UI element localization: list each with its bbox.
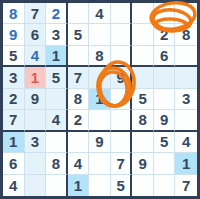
cell-r5c6[interactable]: [111, 89, 133, 110]
cell-r3c8[interactable]: 6: [154, 46, 176, 67]
cell-r5c8[interactable]: [154, 89, 176, 110]
cell-r4c8[interactable]: [154, 67, 176, 88]
cell-r6c2[interactable]: [25, 110, 47, 131]
cell-r2c3[interactable]: 3: [46, 24, 68, 45]
cell-r1c1[interactable]: 8: [3, 3, 25, 24]
cell-r3c5[interactable]: 8: [89, 46, 111, 67]
cell-r1c3[interactable]: 2: [46, 3, 68, 24]
cell-r2c8[interactable]: 2: [154, 24, 176, 45]
cell-r5c7[interactable]: 5: [132, 89, 154, 110]
cell-r9c2[interactable]: [25, 175, 47, 196]
cell-r9c1[interactable]: 4: [3, 175, 25, 196]
cell-r7c2[interactable]: 3: [25, 132, 47, 153]
cell-r5c1[interactable]: 2: [3, 89, 25, 110]
sudoku-app-frame: 8724963528541863157929815374289139546847…: [0, 0, 200, 199]
cell-r2c5[interactable]: [89, 24, 111, 45]
cell-r7c8[interactable]: 5: [154, 132, 176, 153]
cell-r9c6[interactable]: 5: [111, 175, 133, 196]
cell-r7c7[interactable]: [132, 132, 154, 153]
cell-r6c5[interactable]: [89, 110, 111, 131]
cell-r6c8[interactable]: 9: [154, 110, 176, 131]
cell-r8c8[interactable]: [154, 153, 176, 174]
cell-r8c9[interactable]: 1: [175, 153, 197, 174]
cell-r8c2[interactable]: [25, 153, 47, 174]
cell-r8c1[interactable]: 6: [3, 153, 25, 174]
cell-r6c6[interactable]: [111, 110, 133, 131]
cell-r1c4[interactable]: [68, 3, 90, 24]
cell-r6c3[interactable]: 4: [46, 110, 68, 131]
cell-r1c7[interactable]: [132, 3, 154, 24]
cell-r3c7[interactable]: [132, 46, 154, 67]
cell-r5c3[interactable]: [46, 89, 68, 110]
cell-r9c4[interactable]: 1: [68, 175, 90, 196]
cell-r9c5[interactable]: [89, 175, 111, 196]
cell-r2c6[interactable]: [111, 24, 133, 45]
cell-r7c5[interactable]: 9: [89, 132, 111, 153]
cell-r3c6[interactable]: [111, 46, 133, 67]
cell-r3c9[interactable]: [175, 46, 197, 67]
cell-r6c1[interactable]: 7: [3, 110, 25, 131]
cell-r5c2[interactable]: 9: [25, 89, 47, 110]
cell-r9c9[interactable]: 7: [175, 175, 197, 196]
cell-r8c5[interactable]: [89, 153, 111, 174]
cell-r1c5[interactable]: 4: [89, 3, 111, 24]
cell-r9c7[interactable]: [132, 175, 154, 196]
cell-r8c4[interactable]: 4: [68, 153, 90, 174]
cell-r8c6[interactable]: 7: [111, 153, 133, 174]
cell-r4c6[interactable]: 9: [111, 67, 133, 88]
cell-r6c4[interactable]: 2: [68, 110, 90, 131]
cell-r2c9[interactable]: 8: [175, 24, 197, 45]
cell-r5c4[interactable]: 8: [68, 89, 90, 110]
cell-r4c4[interactable]: 7: [68, 67, 90, 88]
cell-r5c9[interactable]: 3: [175, 89, 197, 110]
cell-r4c3[interactable]: 5: [46, 67, 68, 88]
cell-r4c5[interactable]: [89, 67, 111, 88]
cell-r8c3[interactable]: 8: [46, 153, 68, 174]
cell-r7c1[interactable]: 1: [3, 132, 25, 153]
cell-r6c7[interactable]: 8: [132, 110, 154, 131]
cell-r1c6[interactable]: [111, 3, 133, 24]
cell-r4c7[interactable]: [132, 67, 154, 88]
cell-r6c9[interactable]: [175, 110, 197, 131]
cell-r7c6[interactable]: [111, 132, 133, 153]
cell-r3c2[interactable]: 4: [25, 46, 47, 67]
cell-r3c1[interactable]: 5: [3, 46, 25, 67]
cell-r9c8[interactable]: [154, 175, 176, 196]
cell-r2c2[interactable]: 6: [25, 24, 47, 45]
cell-r2c1[interactable]: 9: [3, 24, 25, 45]
cell-r1c8[interactable]: [154, 3, 176, 24]
cell-r8c7[interactable]: 9: [132, 153, 154, 174]
cell-r4c9[interactable]: [175, 67, 197, 88]
cell-r5c5[interactable]: 1: [89, 89, 111, 110]
cell-r2c7[interactable]: [132, 24, 154, 45]
cell-r4c1[interactable]: 3: [3, 67, 25, 88]
cell-r7c3[interactable]: [46, 132, 68, 153]
sudoku-board: 8724963528541863157929815374289139546847…: [3, 3, 197, 196]
cell-r1c2[interactable]: 7: [25, 3, 47, 24]
cell-r3c4[interactable]: [68, 46, 90, 67]
cell-r7c4[interactable]: [68, 132, 90, 153]
cell-r4c2[interactable]: 1: [25, 67, 47, 88]
cell-r7c9[interactable]: 4: [175, 132, 197, 153]
cell-r9c3[interactable]: [46, 175, 68, 196]
cell-r2c4[interactable]: 5: [68, 24, 90, 45]
cell-r3c3[interactable]: 1: [46, 46, 68, 67]
cell-r1c9[interactable]: [175, 3, 197, 24]
